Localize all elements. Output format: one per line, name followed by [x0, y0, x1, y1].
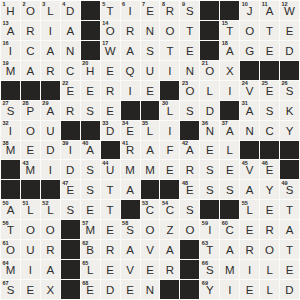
clue-number: 44	[102, 161, 108, 167]
grid-cell[interactable]: 19M	[1, 61, 20, 80]
grid-cell[interactable]: A	[21, 61, 40, 80]
cell-letter: V	[246, 86, 254, 100]
grid-cell[interactable]: T	[280, 240, 299, 259]
block-cell	[180, 260, 199, 279]
cell-letter: T	[266, 26, 273, 40]
grid-cell[interactable]: M	[220, 260, 239, 279]
grid-cell[interactable]: 10J	[240, 1, 259, 20]
clue-number: 12	[282, 2, 288, 8]
grid-cell[interactable]: 6I	[121, 1, 140, 20]
cell-letter: A	[146, 145, 154, 159]
grid-cell[interactable]: X	[41, 280, 60, 299]
grid-cell[interactable]: 48E	[180, 180, 199, 199]
grid-cell[interactable]: U	[141, 61, 160, 80]
grid-cell[interactable]: S	[81, 160, 100, 179]
block-cell	[200, 21, 219, 40]
block-cell	[121, 101, 140, 120]
clue-number: 36	[202, 121, 208, 127]
grid-cell[interactable]: O	[260, 240, 279, 259]
grid-cell[interactable]: R	[41, 61, 60, 80]
cell-letter: E	[246, 225, 254, 239]
grid-cell[interactable]: O	[240, 21, 259, 40]
grid-cell[interactable]: Q	[121, 61, 140, 80]
cell-letter: M	[145, 165, 155, 179]
block-cell	[81, 41, 100, 60]
block-cell	[81, 21, 100, 40]
cell-letter: S	[66, 205, 74, 219]
clue-number: 65	[82, 261, 88, 267]
grid-cell[interactable]: L	[260, 280, 279, 299]
grid-cell[interactable]: S	[141, 41, 160, 60]
grid-cell[interactable]: A	[160, 240, 179, 259]
grid-cell[interactable]: E	[280, 260, 299, 279]
grid-cell[interactable]: A	[240, 180, 259, 199]
grid-cell[interactable]: 36N	[200, 121, 219, 140]
grid-cell[interactable]: C	[61, 61, 80, 80]
cell-letter: I	[208, 225, 211, 239]
grid-cell[interactable]: Z	[160, 220, 179, 239]
cell-letter: I	[228, 285, 231, 299]
cell-letter: T	[166, 46, 173, 60]
grid-cell[interactable]: R	[121, 21, 140, 40]
cell-letter: A	[266, 6, 274, 20]
grid-cell[interactable]: M	[121, 160, 140, 179]
grid-cell[interactable]: 12W	[280, 1, 299, 20]
clue-number: 43	[22, 161, 28, 167]
grid-cell[interactable]: E	[141, 260, 160, 279]
block-cell	[220, 200, 239, 219]
grid-cell[interactable]: Y	[280, 121, 299, 140]
grid-cell[interactable]: 13A	[1, 21, 20, 40]
grid-cell[interactable]: L	[200, 81, 219, 100]
grid-cell[interactable]: 16I	[1, 41, 20, 60]
grid-cell[interactable]: E	[121, 280, 140, 299]
grid-cell[interactable]: O	[160, 21, 179, 40]
grid-cell[interactable]: C	[260, 121, 279, 140]
grid-cell[interactable]: A	[121, 240, 140, 259]
grid-cell[interactable]: 53C	[141, 200, 160, 219]
grid-cell[interactable]: E	[21, 280, 40, 299]
grid-cell[interactable]: 24V	[240, 81, 259, 100]
cell-letter: T	[286, 245, 293, 259]
grid-cell[interactable]: S	[200, 160, 219, 179]
grid-cell[interactable]: S	[61, 200, 80, 219]
grid-cell[interactable]: 18A	[220, 41, 239, 60]
grid-cell[interactable]: 1H	[1, 1, 20, 20]
clue-number: 1	[3, 2, 6, 8]
cell-letter: S	[86, 165, 94, 179]
block-cell	[220, 101, 239, 120]
clue-number: 13	[3, 21, 9, 27]
grid-cell[interactable]: 43M	[21, 160, 40, 179]
grid-cell[interactable]: O	[141, 220, 160, 239]
clue-number: 31	[242, 101, 248, 107]
cell-letter: C	[146, 205, 154, 219]
grid-cell[interactable]: E	[220, 160, 239, 179]
grid-cell[interactable]: M	[141, 160, 160, 179]
cell-letter: A	[7, 205, 15, 219]
grid-cell[interactable]: D	[101, 280, 120, 299]
grid-cell[interactable]: 64M	[1, 260, 20, 279]
clue-number: 63	[202, 241, 208, 247]
grid-cell[interactable]: 44U	[101, 160, 120, 179]
grid-cell[interactable]: D	[280, 280, 299, 299]
grid-cell[interactable]: I	[121, 81, 140, 100]
clue-number: 59	[202, 221, 208, 227]
grid-cell[interactable]: T	[180, 21, 199, 40]
grid-cell[interactable]: A	[41, 260, 60, 279]
block-cell	[21, 81, 40, 100]
grid-cell[interactable]: 30L	[160, 101, 179, 120]
grid-cell[interactable]: I	[220, 280, 239, 299]
cell-letter: L	[147, 126, 153, 140]
block-cell	[280, 61, 299, 80]
grid-cell[interactable]: S	[220, 180, 239, 199]
grid-cell[interactable]: T	[160, 41, 179, 60]
grid-cell[interactable]: R	[240, 240, 259, 259]
grid-cell[interactable]: 17W	[101, 41, 120, 60]
grid-cell[interactable]: 2O	[21, 1, 40, 20]
grid-cell[interactable]: 21O	[200, 61, 219, 80]
grid-cell[interactable]: 58S	[121, 220, 140, 239]
grid-cell[interactable]: N	[141, 280, 160, 299]
grid-cell[interactable]: E	[101, 61, 120, 80]
grid-cell[interactable]: F	[160, 141, 179, 160]
grid-cell[interactable]: A	[121, 180, 140, 199]
cell-letter: M	[6, 265, 16, 279]
grid-cell[interactable]: D	[61, 160, 80, 179]
grid-cell[interactable]: E	[81, 81, 100, 100]
grid-cell[interactable]: 42A	[180, 141, 199, 160]
grid-cell[interactable]: 38M	[1, 141, 20, 160]
clue-number: 55	[242, 201, 248, 207]
grid-cell[interactable]: 23O	[180, 81, 199, 100]
grid-cell[interactable]: T	[280, 200, 299, 219]
grid-cell[interactable]: N	[141, 21, 160, 40]
grid-cell[interactable]: S	[180, 200, 199, 219]
cell-letter: O	[245, 26, 254, 40]
grid-cell[interactable]: 41R	[121, 141, 140, 160]
cell-letter: D	[206, 106, 214, 120]
clue-number: 58	[122, 221, 128, 227]
grid-cell[interactable]: E	[21, 141, 40, 160]
block-cell	[180, 121, 199, 140]
grid-cell[interactable]: 59I	[200, 220, 219, 239]
grid-cell[interactable]: X	[220, 61, 239, 80]
clue-number: 14	[102, 21, 108, 27]
grid-cell[interactable]: E	[260, 200, 279, 219]
grid-cell[interactable]: 45V	[240, 160, 259, 179]
cell-letter: I	[49, 165, 52, 179]
grid-cell[interactable]: A	[41, 41, 60, 60]
grid-cell[interactable]: E	[260, 41, 279, 60]
cell-letter: A	[286, 225, 294, 239]
block-cell	[61, 280, 80, 299]
grid-cell[interactable]: 67S	[1, 280, 20, 299]
grid-cell[interactable]: I	[160, 61, 179, 80]
block-cell	[141, 180, 160, 199]
clue-number: 7	[142, 2, 145, 8]
grid-cell[interactable]: R	[41, 240, 60, 259]
grid-cell[interactable]: N	[61, 41, 80, 60]
grid-cell[interactable]: A	[121, 41, 140, 60]
cell-letter: S	[86, 185, 94, 199]
grid-cell[interactable]: D	[280, 41, 299, 60]
grid-cell[interactable]: 31A	[240, 101, 259, 120]
clue-number: 28	[22, 101, 28, 107]
cell-letter: E	[66, 185, 74, 199]
grid-cell[interactable]: R	[101, 81, 120, 100]
cell-letter: K	[286, 106, 294, 120]
grid-cell[interactable]: R	[101, 240, 120, 259]
cell-letter: T	[186, 26, 193, 40]
clue-number: 60	[222, 221, 228, 227]
cell-letter: M	[26, 165, 36, 179]
grid-cell[interactable]: A	[280, 220, 299, 239]
grid-cell[interactable]: 11A	[260, 1, 279, 20]
grid-cell[interactable]: E	[141, 81, 160, 100]
grid-cell[interactable]: S	[260, 101, 279, 120]
block-cell	[200, 1, 219, 20]
grid-cell[interactable]: R	[180, 160, 199, 179]
grid-cell[interactable]: 54C	[160, 200, 179, 219]
clue-number: 64	[3, 261, 9, 267]
grid-cell[interactable]: 60C	[220, 220, 239, 239]
grid-cell[interactable]: V	[141, 240, 160, 259]
grid-cell[interactable]: 4D	[61, 1, 80, 20]
cell-letter: L	[167, 106, 173, 120]
grid-cell[interactable]: E	[240, 280, 259, 299]
cell-letter: D	[285, 46, 293, 60]
cell-letter: L	[27, 205, 33, 219]
cell-letter: S	[286, 86, 294, 100]
grid-cell[interactable]: C	[21, 41, 40, 60]
grid-cell[interactable]: O	[21, 121, 40, 140]
cell-letter: U	[146, 66, 154, 80]
cell-letter: N	[186, 66, 194, 80]
cell-letter: V	[246, 165, 254, 179]
grid-cell[interactable]: 37A	[220, 121, 239, 140]
grid-cell[interactable]: E	[81, 200, 100, 219]
clue-number: 57	[82, 221, 88, 227]
grid-cell[interactable]: E	[101, 260, 120, 279]
grid-cell[interactable]: I	[160, 121, 179, 140]
cell-letter: E	[27, 285, 35, 299]
grid-cell[interactable]: S	[81, 180, 100, 199]
grid-cell[interactable]: E	[280, 21, 299, 40]
grid-cell[interactable]: 25E	[260, 81, 279, 100]
grid-cell[interactable]: T	[101, 200, 120, 219]
grid-cell[interactable]: I	[240, 260, 259, 279]
block-cell	[1, 160, 20, 179]
cell-letter: D	[106, 126, 114, 140]
cell-letter: A	[7, 26, 15, 40]
grid-cell[interactable]: U	[21, 240, 40, 259]
cell-letter: E	[66, 86, 74, 100]
cell-letter: R	[126, 145, 134, 159]
cell-letter: S	[186, 6, 194, 20]
block-cell	[41, 81, 60, 100]
grid-cell[interactable]: 28P	[21, 101, 40, 120]
grid-cell[interactable]: A	[141, 141, 160, 160]
cell-letter: A	[226, 126, 234, 140]
grid-cell[interactable]: R	[260, 220, 279, 239]
cell-letter: A	[126, 46, 134, 60]
grid-cell[interactable]: 29A	[41, 101, 60, 120]
block-cell	[101, 141, 120, 160]
grid-cell[interactable]: S	[200, 180, 219, 199]
cell-letter: V	[146, 245, 154, 259]
grid-cell[interactable]: I	[41, 21, 60, 40]
grid-cell[interactable]: R	[61, 101, 80, 120]
grid-cell[interactable]: E	[200, 141, 219, 160]
cell-letter: N	[146, 26, 154, 40]
grid-cell[interactable]: U	[41, 121, 60, 140]
grid-cell[interactable]: 62B	[81, 240, 100, 259]
grid-cell[interactable]: 20H	[81, 61, 100, 80]
grid-cell[interactable]: 7E	[141, 1, 160, 20]
cell-letter: E	[106, 265, 114, 279]
grid-cell[interactable]: 55L	[240, 200, 259, 219]
crossword-grid: 1H2O3L4D5T6I7E8R9S10J11A12W13ARIA14ORNOT…	[0, 0, 300, 300]
cell-letter: R	[106, 245, 114, 259]
grid-cell[interactable]: 56T	[1, 220, 20, 239]
block-cell	[61, 240, 80, 259]
cell-letter: L	[207, 86, 213, 100]
clue-number: 51	[22, 201, 28, 207]
grid-cell[interactable]: 27S	[1, 101, 20, 120]
grid-cell[interactable]: 66S	[200, 260, 219, 279]
grid-cell[interactable]: 63T	[200, 240, 219, 259]
grid-cell[interactable]: 5T	[101, 1, 120, 20]
grid-cell[interactable]: I	[41, 160, 60, 179]
block-cell	[141, 101, 160, 120]
grid-cell[interactable]: T	[260, 21, 279, 40]
grid-cell[interactable]: Y	[260, 180, 279, 199]
block-cell	[1, 81, 20, 100]
grid-cell[interactable]: 9S	[180, 1, 199, 20]
cell-letter: N	[246, 126, 254, 140]
clue-number: 33	[102, 121, 108, 127]
cell-letter: W	[284, 6, 295, 20]
grid-cell[interactable]: R	[160, 260, 179, 279]
grid-cell[interactable]: E	[101, 101, 120, 120]
clue-number: 53	[142, 201, 148, 207]
grid-cell[interactable]: 22E	[61, 81, 80, 100]
cell-letter: S	[226, 185, 234, 199]
cell-letter: E	[266, 205, 274, 219]
grid-cell[interactable]: 57M	[81, 220, 100, 239]
grid-cell[interactable]: S	[180, 101, 199, 120]
cell-letter: E	[146, 265, 154, 279]
cell-letter: A	[66, 26, 74, 40]
clue-number: 3	[42, 2, 45, 8]
grid-cell[interactable]: A	[61, 21, 80, 40]
grid-cell[interactable]: 61O	[1, 240, 20, 259]
clue-number: 69	[202, 281, 208, 287]
cell-letter: C	[265, 126, 273, 140]
cell-letter: E	[86, 205, 94, 219]
grid-cell[interactable]: 32I	[1, 121, 20, 140]
grid-cell[interactable]: 33D	[101, 121, 120, 140]
cell-letter: O	[185, 225, 194, 239]
grid-cell[interactable]: 46E	[260, 160, 279, 179]
grid-cell[interactable]: 47E	[61, 180, 80, 199]
grid-cell[interactable]: V	[121, 260, 140, 279]
grid-cell[interactable]: 69Y	[200, 280, 219, 299]
grid-cell[interactable]: N	[180, 61, 199, 80]
cell-letter: A	[166, 245, 174, 259]
grid-cell[interactable]: O	[180, 220, 199, 239]
cell-letter: M	[225, 265, 235, 279]
grid-cell[interactable]: 35L	[141, 121, 160, 140]
cell-letter: L	[47, 6, 53, 20]
grid-cell[interactable]: 65L	[81, 260, 100, 279]
clue-number: 11	[262, 2, 268, 8]
cell-letter: R	[106, 86, 114, 100]
grid-cell[interactable]: 15T	[220, 21, 239, 40]
block-cell	[280, 141, 299, 160]
grid-cell[interactable]: L	[220, 141, 239, 160]
grid-cell[interactable]: D	[41, 141, 60, 160]
grid-cell[interactable]: 26S	[280, 81, 299, 100]
cell-letter: R	[186, 165, 194, 179]
grid-cell[interactable]: E	[160, 160, 179, 179]
grid-cell[interactable]: I	[21, 260, 40, 279]
cell-letter: C	[166, 205, 174, 219]
grid-cell[interactable]: I	[220, 81, 239, 100]
grid-cell[interactable]: E	[101, 220, 120, 239]
cell-letter: A	[246, 106, 254, 120]
block-cell	[240, 61, 259, 80]
grid-cell[interactable]: 49S	[280, 180, 299, 199]
grid-cell[interactable]: E	[240, 220, 259, 239]
grid-cell[interactable]: O	[21, 220, 40, 239]
cell-letter: E	[186, 46, 194, 60]
clue-number: 15	[222, 21, 228, 27]
grid-cell[interactable]: N	[240, 121, 259, 140]
grid-cell[interactable]: 34E	[121, 121, 140, 140]
cell-letter: A	[126, 185, 134, 199]
grid-cell[interactable]: T	[101, 180, 120, 199]
grid-cell[interactable]: 50A	[1, 200, 20, 219]
grid-cell[interactable]: E	[180, 41, 199, 60]
grid-cell[interactable]: R	[21, 21, 40, 40]
grid-cell[interactable]: S	[81, 101, 100, 120]
grid-cell[interactable]: L	[260, 260, 279, 279]
cell-letter: I	[128, 6, 131, 20]
grid-cell[interactable]: 39I	[61, 141, 80, 160]
grid-cell[interactable]: K	[280, 101, 299, 120]
grid-cell[interactable]: 40A	[81, 141, 100, 160]
grid-cell[interactable]: 51L	[21, 200, 40, 219]
grid-cell[interactable]: 14O	[101, 21, 120, 40]
cell-letter: D	[285, 285, 293, 299]
grid-cell[interactable]: 8R	[160, 1, 179, 20]
block-cell	[260, 61, 279, 80]
cell-letter: T	[107, 6, 114, 20]
grid-cell[interactable]: 52L	[41, 200, 60, 219]
grid-cell[interactable]: G	[240, 41, 259, 60]
cell-letter: E	[146, 86, 154, 100]
block-cell	[121, 200, 140, 219]
grid-cell[interactable]: 3L	[41, 1, 60, 20]
grid-cell[interactable]: O	[41, 220, 60, 239]
cell-letter: A	[46, 46, 54, 60]
grid-cell[interactable]: 68E	[81, 280, 100, 299]
grid-cell[interactable]: D	[200, 101, 219, 120]
grid-cell[interactable]: A	[220, 240, 239, 259]
